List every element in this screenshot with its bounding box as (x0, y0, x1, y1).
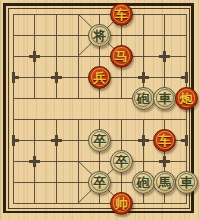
piece-glyph: 兵 (93, 70, 106, 83)
xiangqi-board: 车将马兵砲車炮卒车卒卒砲馬車帅 (0, 0, 200, 220)
piece-glyph: 车 (115, 7, 128, 20)
piece-glyph: 将 (93, 28, 106, 41)
piece-glyph: 卒 (93, 175, 106, 188)
piece-red-soldier-1[interactable]: 兵 (88, 66, 111, 89)
piece-black-cannon-1[interactable]: 砲 (132, 87, 155, 110)
piece-black-horse-1[interactable]: 馬 (153, 171, 176, 194)
piece-glyph: 車 (180, 175, 193, 188)
piece-glyph: 馬 (158, 175, 171, 188)
piece-glyph: 卒 (115, 154, 128, 167)
piece-red-chariot-1[interactable]: 车 (110, 3, 133, 26)
piece-glyph: 马 (115, 49, 128, 62)
piece-red-general[interactable]: 帅 (110, 192, 133, 215)
piece-black-chariot-1[interactable]: 車 (153, 87, 176, 110)
piece-red-cannon-1[interactable]: 炮 (175, 87, 198, 110)
piece-glyph: 车 (158, 133, 171, 146)
piece-black-soldier-1[interactable]: 卒 (88, 129, 111, 152)
piece-red-horse-1[interactable]: 马 (110, 45, 133, 68)
piece-black-cannon-2[interactable]: 砲 (132, 171, 155, 194)
piece-black-general[interactable]: 将 (88, 24, 111, 47)
piece-black-soldier-3[interactable]: 卒 (88, 171, 111, 194)
piece-glyph: 卒 (93, 133, 106, 146)
piece-glyph: 砲 (137, 175, 150, 188)
piece-glyph: 車 (158, 91, 171, 104)
piece-black-soldier-2[interactable]: 卒 (110, 150, 133, 173)
piece-black-chariot-2[interactable]: 車 (175, 171, 198, 194)
piece-glyph: 帅 (115, 196, 128, 209)
board-intersections[interactable]: 车将马兵砲車炮卒车卒卒砲馬車帅 (2, 4, 197, 214)
piece-glyph: 炮 (180, 91, 193, 104)
piece-red-chariot-2[interactable]: 车 (153, 129, 176, 152)
piece-glyph: 砲 (137, 91, 150, 104)
